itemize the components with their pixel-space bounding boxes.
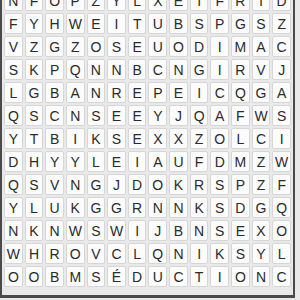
grid-cell[interactable]: S: [210, 197, 229, 218]
grid-cell[interactable]: E: [87, 13, 106, 34]
grid-cell[interactable]: C: [45, 105, 64, 126]
grid-cell[interactable]: S: [25, 174, 44, 195]
grid-cell[interactable]: Z: [190, 128, 209, 149]
grid-cell[interactable]: Z: [252, 151, 271, 172]
grid-cell[interactable]: G: [87, 174, 106, 195]
grid-cell[interactable]: Y: [107, 0, 126, 11]
grid-cell[interactable]: J: [107, 174, 126, 195]
grid-cell[interactable]: G: [190, 59, 209, 80]
grid-cell[interactable]: O: [4, 266, 23, 287]
grid-cell[interactable]: B: [128, 59, 147, 80]
grid-cell[interactable]: D: [231, 197, 250, 218]
grid-cell[interactable]: V: [87, 243, 106, 264]
grid-cell[interactable]: P: [66, 0, 85, 11]
grid-cell[interactable]: N: [87, 82, 106, 103]
grid-cell[interactable]: S: [272, 105, 291, 126]
grid-cell[interactable]: K: [66, 197, 85, 218]
grid-cell[interactable]: Z: [252, 174, 271, 195]
grid-cell[interactable]: Y: [252, 243, 271, 264]
grid-cell[interactable]: G: [231, 13, 250, 34]
grid-cell[interactable]: D: [4, 151, 23, 172]
grid-cell[interactable]: F: [231, 105, 250, 126]
grid-cell[interactable]: R: [128, 197, 147, 218]
grid-cell[interactable]: F: [25, 0, 44, 11]
grid-cell[interactable]: V: [45, 174, 64, 195]
grid-cell[interactable]: M: [231, 151, 250, 172]
grid-cell[interactable]: N: [66, 105, 85, 126]
grid-cell[interactable]: G: [25, 82, 44, 103]
grid-cell[interactable]: O: [272, 220, 291, 241]
grid-cell[interactable]: S: [87, 220, 106, 241]
grid-cell[interactable]: D: [210, 151, 229, 172]
grid-cell[interactable]: G: [252, 82, 271, 103]
grid-cell[interactable]: H: [25, 151, 44, 172]
grid-cell[interactable]: R: [107, 82, 126, 103]
grid-cell[interactable]: L: [128, 0, 147, 11]
grid-cell[interactable]: F: [190, 151, 209, 172]
grid-cell[interactable]: T: [128, 13, 147, 34]
grid-cell[interactable]: L: [4, 82, 23, 103]
grid-cell[interactable]: Y: [25, 13, 44, 34]
grid-cell[interactable]: V: [4, 36, 23, 57]
grid-cell[interactable]: E: [169, 0, 188, 11]
grid-cell[interactable]: S: [190, 13, 209, 34]
grid-cell[interactable]: R: [231, 59, 250, 80]
grid-cell[interactable]: G: [45, 36, 64, 57]
grid-cell[interactable]: C: [272, 266, 291, 287]
grid-cell[interactable]: T: [190, 266, 209, 287]
grid-cell[interactable]: S: [107, 128, 126, 149]
grid-cell[interactable]: B: [45, 82, 64, 103]
grid-cell[interactable]: I: [190, 82, 209, 103]
grid-cell[interactable]: S: [210, 220, 229, 241]
grid-cell[interactable]: B: [169, 220, 188, 241]
grid-cell[interactable]: D: [190, 36, 209, 57]
grid-cell[interactable]: X: [169, 128, 188, 149]
grid-cell[interactable]: H: [25, 243, 44, 264]
grid-cell[interactable]: Q: [4, 105, 23, 126]
grid-cell[interactable]: S: [87, 266, 106, 287]
grid-cell[interactable]: N: [169, 59, 188, 80]
grid-cell[interactable]: I: [210, 59, 229, 80]
grid-cell[interactable]: N: [107, 59, 126, 80]
grid-cell[interactable]: U: [169, 151, 188, 172]
grid-cell[interactable]: Q: [66, 59, 85, 80]
grid-cell[interactable]: Y: [148, 105, 167, 126]
grid-cell[interactable]: Q: [231, 82, 250, 103]
word-search-viewport: NFOPZYLXEIFRTDFYHWEITUBSPGSZVZGZOSEUODIM…: [0, 0, 300, 300]
grid-cell[interactable]: U: [148, 266, 167, 287]
grid-cell[interactable]: C: [272, 36, 291, 57]
grid-cell[interactable]: U: [148, 13, 167, 34]
grid-cell[interactable]: Q: [148, 243, 167, 264]
grid-cell[interactable]: B: [169, 13, 188, 34]
grid-cell[interactable]: W: [66, 220, 85, 241]
grid-cell[interactable]: Y: [4, 128, 23, 149]
grid-cell[interactable]: A: [210, 105, 229, 126]
grid-cell[interactable]: G: [87, 197, 106, 218]
grid-cell[interactable]: E: [128, 128, 147, 149]
grid-cell[interactable]: B: [45, 128, 64, 149]
grid-cell[interactable]: O: [66, 243, 85, 264]
grid-cell[interactable]: C: [252, 128, 271, 149]
grid-cell[interactable]: G: [252, 197, 271, 218]
grid-cell[interactable]: I: [210, 36, 229, 57]
grid-cell[interactable]: E: [107, 105, 126, 126]
grid-cell[interactable]: W: [272, 151, 291, 172]
grid-cell[interactable]: C: [169, 266, 188, 287]
grid-cell[interactable]: S: [25, 105, 44, 126]
grid-cell[interactable]: O: [87, 36, 106, 57]
grid-cell[interactable]: D: [272, 0, 291, 11]
grid-cell[interactable]: T: [25, 128, 44, 149]
grid-cell[interactable]: R: [231, 0, 250, 11]
grid-cell[interactable]: J: [272, 59, 291, 80]
grid-cell[interactable]: F: [4, 13, 23, 34]
grid-cell[interactable]: E: [107, 151, 126, 172]
grid-cell[interactable]: N: [66, 174, 85, 195]
grid-cell[interactable]: S: [210, 174, 229, 195]
grid-cell[interactable]: I: [107, 13, 126, 34]
grid-cell[interactable]: Y: [45, 151, 64, 172]
grid-cell[interactable]: R: [45, 243, 64, 264]
grid-cell[interactable]: T: [252, 0, 271, 11]
grid-cell[interactable]: A: [272, 82, 291, 103]
letter-grid: NFOPZYLXEIFRTDFYHWEITUBSPGSZVZGZOSEUODIM…: [2, 0, 293, 289]
grid-cell[interactable]: N: [87, 59, 106, 80]
grid-cell[interactable]: I: [190, 243, 209, 264]
grid-cell[interactable]: M: [66, 266, 85, 287]
grid-cell[interactable]: N: [169, 243, 188, 264]
grid-cell[interactable]: Z: [66, 36, 85, 57]
grid-cell[interactable]: L: [272, 243, 291, 264]
grid-cell[interactable]: K: [87, 128, 106, 149]
grid-cell[interactable]: W: [107, 220, 126, 241]
grid-cell[interactable]: Y: [66, 151, 85, 172]
grid-cell[interactable]: X: [148, 128, 167, 149]
grid-cell[interactable]: F: [272, 174, 291, 195]
grid-cell[interactable]: Q: [4, 174, 23, 195]
grid-cell[interactable]: S: [4, 59, 23, 80]
grid-cell[interactable]: I: [210, 266, 229, 287]
grid-cell[interactable]: K: [169, 174, 188, 195]
grid-cell[interactable]: G: [107, 197, 126, 218]
grid-cell[interactable]: W: [252, 105, 271, 126]
grid-cell[interactable]: M: [231, 36, 250, 57]
grid-cell[interactable]: E: [128, 36, 147, 57]
grid-cell[interactable]: P: [148, 82, 167, 103]
grid-cell[interactable]: É: [107, 266, 126, 287]
grid-cell[interactable]: N: [169, 197, 188, 218]
grid-cell[interactable]: S: [87, 105, 106, 126]
grid-cell[interactable]: O: [45, 0, 64, 11]
grid-cell[interactable]: V: [252, 59, 271, 80]
grid-cell[interactable]: L: [87, 151, 106, 172]
grid-cell[interactable]: W: [4, 243, 23, 264]
grid-cell[interactable]: E: [231, 220, 250, 241]
grid-cell[interactable]: N: [252, 266, 271, 287]
grid-cell[interactable]: Q: [190, 105, 209, 126]
grid-cell[interactable]: O: [231, 266, 250, 287]
grid-cell[interactable]: Z: [87, 0, 106, 11]
grid-cell[interactable]: K: [25, 220, 44, 241]
grid-cell[interactable]: L: [25, 197, 44, 218]
grid-cell[interactable]: H: [45, 13, 64, 34]
grid-cell[interactable]: U: [148, 36, 167, 57]
grid-cell[interactable]: O: [25, 266, 44, 287]
grid-cell[interactable]: D: [128, 174, 147, 195]
grid-cell[interactable]: I: [190, 0, 209, 11]
grid-cell[interactable]: P: [231, 174, 250, 195]
grid-cell[interactable]: K: [190, 197, 209, 218]
grid-cell[interactable]: N: [4, 220, 23, 241]
grid-cell[interactable]: Z: [25, 36, 44, 57]
grid-cell[interactable]: R: [190, 174, 209, 195]
grid-cell[interactable]: C: [210, 82, 229, 103]
grid-cell[interactable]: U: [45, 197, 64, 218]
grid-cell[interactable]: E: [128, 105, 147, 126]
grid-cell[interactable]: X: [252, 220, 271, 241]
grid-cell[interactable]: N: [148, 197, 167, 218]
grid-cell[interactable]: A: [66, 82, 85, 103]
grid-cell[interactable]: E: [128, 82, 147, 103]
grid-cell[interactable]: E: [169, 82, 188, 103]
grid-cell[interactable]: K: [210, 243, 229, 264]
grid-cell[interactable]: F: [210, 0, 229, 11]
grid-cell[interactable]: Y: [4, 197, 23, 218]
grid-cell[interactable]: I: [128, 151, 147, 172]
grid-cell[interactable]: Q: [272, 197, 291, 218]
grid-cell[interactable]: N: [45, 220, 64, 241]
grid-cell[interactable]: J: [169, 105, 188, 126]
grid-cell[interactable]: P: [45, 59, 64, 80]
grid-cell[interactable]: I: [272, 128, 291, 149]
grid-cell[interactable]: C: [148, 59, 167, 80]
word-search-puzzle: NFOPZYLXEIFRTDFYHWEITUBSPGSZVZGZOSEUODIM…: [0, 0, 295, 298]
grid-cell[interactable]: S: [107, 36, 126, 57]
grid-cell[interactable]: L: [128, 243, 147, 264]
grid-cell[interactable]: P: [210, 13, 229, 34]
grid-cell[interactable]: B: [45, 266, 64, 287]
grid-cell[interactable]: Z: [272, 13, 291, 34]
grid-cell[interactable]: J: [148, 220, 167, 241]
grid-cell[interactable]: X: [148, 0, 167, 11]
grid-cell[interactable]: W: [66, 13, 85, 34]
grid-cell[interactable]: O: [148, 174, 167, 195]
grid-cell[interactable]: N: [190, 220, 209, 241]
grid-cell[interactable]: I: [66, 128, 85, 149]
grid-cell[interactable]: A: [252, 36, 271, 57]
grid-cell[interactable]: O: [210, 128, 229, 149]
grid-cell[interactable]: S: [252, 13, 271, 34]
grid-cell[interactable]: C: [107, 243, 126, 264]
grid-cell[interactable]: D: [128, 266, 147, 287]
grid-cell[interactable]: K: [25, 59, 44, 80]
grid-cell[interactable]: I: [128, 220, 147, 241]
grid-cell[interactable]: A: [148, 151, 167, 172]
grid-cell[interactable]: S: [231, 243, 250, 264]
grid-cell[interactable]: L: [231, 128, 250, 149]
grid-cell[interactable]: N: [4, 0, 23, 11]
grid-cell[interactable]: O: [169, 36, 188, 57]
